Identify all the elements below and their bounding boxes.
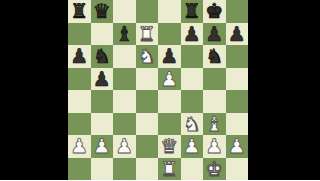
square-b3[interactable] <box>91 113 114 136</box>
square-c7[interactable]: ♝ <box>113 23 136 46</box>
square-h4[interactable] <box>226 90 249 113</box>
square-d3[interactable] <box>136 113 159 136</box>
square-f5[interactable] <box>181 68 204 91</box>
piece-white-pawn[interactable]: ♟ <box>115 135 133 158</box>
square-b4[interactable] <box>91 90 114 113</box>
square-b8[interactable]: ♛ <box>91 0 114 23</box>
piece-white-queen[interactable]: ♛ <box>160 135 178 158</box>
square-a4[interactable] <box>68 90 91 113</box>
piece-white-bishop[interactable]: ♝ <box>205 112 223 135</box>
square-d5[interactable] <box>136 68 159 91</box>
piece-black-bishop[interactable]: ♝ <box>115 22 133 45</box>
square-h5[interactable] <box>226 68 249 91</box>
square-a5[interactable] <box>68 68 91 91</box>
square-g5[interactable] <box>203 68 226 91</box>
square-h3[interactable] <box>226 113 249 136</box>
square-c8[interactable] <box>113 0 136 23</box>
piece-black-pawn[interactable]: ♟ <box>228 22 246 45</box>
piece-black-knight[interactable]: ♞ <box>205 45 223 68</box>
piece-black-king[interactable]: ♚ <box>205 0 223 22</box>
piece-black-rook[interactable]: ♜ <box>183 0 201 22</box>
square-a6[interactable]: ♟ <box>68 45 91 68</box>
square-a8[interactable]: ♜ <box>68 0 91 23</box>
square-e3[interactable] <box>158 113 181 136</box>
square-f7[interactable]: ♟ <box>181 23 204 46</box>
piece-white-pawn[interactable]: ♟ <box>205 135 223 158</box>
piece-black-pawn[interactable]: ♟ <box>183 22 201 45</box>
square-b2[interactable]: ♟ <box>91 135 114 158</box>
square-e6[interactable]: ♟ <box>158 45 181 68</box>
piece-white-pawn[interactable]: ♟ <box>70 135 88 158</box>
piece-white-king[interactable]: ♚ <box>205 157 223 180</box>
square-d7[interactable]: ♜ <box>136 23 159 46</box>
square-e8[interactable] <box>158 0 181 23</box>
square-f3[interactable]: ♞ <box>181 113 204 136</box>
square-h2[interactable]: ♟ <box>226 135 249 158</box>
square-e2[interactable]: ♛ <box>158 135 181 158</box>
square-h6[interactable] <box>226 45 249 68</box>
piece-black-pawn[interactable]: ♟ <box>70 45 88 68</box>
square-g3[interactable]: ♝ <box>203 113 226 136</box>
square-f6[interactable] <box>181 45 204 68</box>
square-g8[interactable]: ♚ <box>203 0 226 23</box>
square-f4[interactable] <box>181 90 204 113</box>
square-g2[interactable]: ♟ <box>203 135 226 158</box>
square-d1[interactable] <box>136 158 159 181</box>
square-b6[interactable]: ♞ <box>91 45 114 68</box>
piece-black-knight[interactable]: ♞ <box>93 45 111 68</box>
piece-white-knight[interactable]: ♞ <box>138 45 156 68</box>
app-background: ♜♛♜♚♝♜♟♟♟♟♞♞♟♞♟♟♞♝♟♟♟♛♟♟♟♜♚ <box>0 0 320 180</box>
piece-white-rook[interactable]: ♜ <box>138 22 156 45</box>
square-c4[interactable] <box>113 90 136 113</box>
piece-white-pawn[interactable]: ♟ <box>228 135 246 158</box>
square-h1[interactable] <box>226 158 249 181</box>
piece-white-pawn[interactable]: ♟ <box>183 135 201 158</box>
square-b5[interactable]: ♟ <box>91 68 114 91</box>
square-d6[interactable]: ♞ <box>136 45 159 68</box>
square-g4[interactable] <box>203 90 226 113</box>
piece-white-pawn[interactable]: ♟ <box>160 67 178 90</box>
square-b1[interactable] <box>91 158 114 181</box>
square-g7[interactable]: ♟ <box>203 23 226 46</box>
square-d8[interactable] <box>136 0 159 23</box>
square-c5[interactable] <box>113 68 136 91</box>
square-f2[interactable]: ♟ <box>181 135 204 158</box>
square-c1[interactable] <box>113 158 136 181</box>
square-f8[interactable]: ♜ <box>181 0 204 23</box>
square-a1[interactable] <box>68 158 91 181</box>
square-c2[interactable]: ♟ <box>113 135 136 158</box>
piece-black-queen[interactable]: ♛ <box>93 0 111 22</box>
square-d2[interactable] <box>136 135 159 158</box>
square-c6[interactable] <box>113 45 136 68</box>
square-c3[interactable] <box>113 113 136 136</box>
piece-black-pawn[interactable]: ♟ <box>205 22 223 45</box>
square-e5[interactable]: ♟ <box>158 68 181 91</box>
piece-white-pawn[interactable]: ♟ <box>93 135 111 158</box>
square-a7[interactable] <box>68 23 91 46</box>
square-e4[interactable] <box>158 90 181 113</box>
square-b7[interactable] <box>91 23 114 46</box>
chess-board: ♜♛♜♚♝♜♟♟♟♟♞♞♟♞♟♟♞♝♟♟♟♛♟♟♟♜♚ <box>68 0 248 180</box>
square-d4[interactable] <box>136 90 159 113</box>
square-h7[interactable]: ♟ <box>226 23 249 46</box>
square-g6[interactable]: ♞ <box>203 45 226 68</box>
square-h8[interactable] <box>226 0 249 23</box>
square-a3[interactable] <box>68 113 91 136</box>
piece-black-pawn[interactable]: ♟ <box>93 67 111 90</box>
square-f1[interactable] <box>181 158 204 181</box>
square-g1[interactable]: ♚ <box>203 158 226 181</box>
piece-black-pawn[interactable]: ♟ <box>160 45 178 68</box>
square-e1[interactable]: ♜ <box>158 158 181 181</box>
square-a2[interactable]: ♟ <box>68 135 91 158</box>
piece-black-rook[interactable]: ♜ <box>70 0 88 22</box>
piece-white-rook[interactable]: ♜ <box>160 157 178 180</box>
square-e7[interactable] <box>158 23 181 46</box>
piece-white-knight[interactable]: ♞ <box>183 112 201 135</box>
